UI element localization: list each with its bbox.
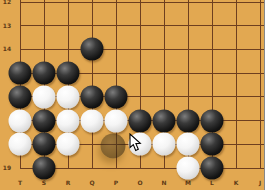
col-label-N: N [161,180,166,186]
grid-line-row-14 [20,49,265,50]
stone-black-O17 [129,109,152,132]
row-label-14: 14 [3,46,11,52]
grid-line-row-19 [20,168,265,169]
stone-white-T18 [9,133,32,156]
row-label-13: 13 [3,23,11,29]
col-label-Q: Q [89,180,94,186]
col-label-T: T [18,180,22,186]
stone-black-L17 [201,109,224,132]
col-label-K: K [234,180,239,186]
col-label-P: P [114,180,118,186]
stone-black-R15 [57,62,80,85]
col-label-R: R [66,180,71,186]
stone-white-P17 [105,109,128,132]
stone-white-S16 [33,85,56,108]
go-board[interactable]: 12131419TSRQPONMLKJ [0,0,264,190]
col-label-M: M [185,180,191,186]
stone-black-T15 [9,62,32,85]
stone-black-L18 [201,133,224,156]
stone-white-M19 [177,157,200,180]
stone-white-N18 [153,133,176,156]
stone-white-R17 [57,109,80,132]
stone-white-Q17 [81,109,104,132]
col-label-O: O [137,180,142,186]
stone-white-R18 [57,133,80,156]
row-label-19: 19 [3,165,11,171]
grid-line-row-13 [20,25,265,26]
stone-black-Q16 [81,85,104,108]
col-label-S: S [42,180,46,186]
stone-black-T16 [9,85,32,108]
grid-line-row-12 [20,2,265,3]
col-label-L: L [210,180,214,186]
row-label-12: 12 [3,0,11,5]
stone-white-R16 [57,85,80,108]
stone-black-S15 [33,62,56,85]
stone-black-P16 [105,85,128,108]
col-label-J: J [259,180,261,186]
stone-black-Q14 [81,38,104,61]
stone-black-N17 [153,109,176,132]
stone-black-S17 [33,109,56,132]
stone-black-S19 [33,157,56,180]
hover-preview-stone[interactable] [101,134,126,159]
mouse-cursor-icon [129,133,142,152]
stone-black-S18 [33,133,56,156]
stone-black-M17 [177,109,200,132]
stone-white-T17 [9,109,32,132]
stone-white-M18 [177,133,200,156]
stone-black-L19 [201,157,224,180]
